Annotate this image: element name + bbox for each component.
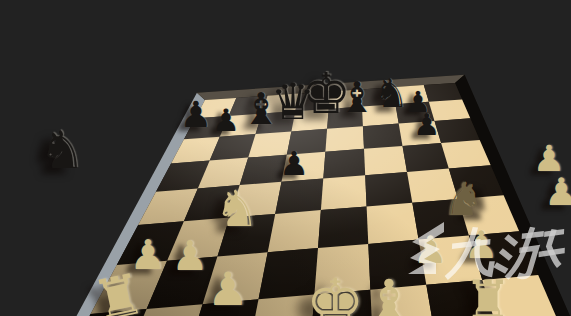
piece-black-pawn-b7[interactable]: ♟	[211, 105, 240, 136]
piece-white-bishop-f1[interactable]: ♝	[361, 272, 416, 316]
piece-white-pawn-captured: ♟	[543, 173, 571, 211]
piece-black-bishop-c8[interactable]: ♝	[240, 87, 282, 131]
piece-white-pawn-g3[interactable]: ♟	[412, 231, 448, 269]
piece-white-pawn-b3[interactable]: ♟	[171, 236, 210, 277]
piece-black-knight-captured: ♞	[37, 124, 86, 176]
piece-white-knight-h4[interactable]: ♞	[442, 176, 486, 222]
chess-game-scene: ♞♟♝♚♛♝♟♟♟♞♟♟♟♞♞♟♟♟♟♟♜♜♝♚	[0, 0, 571, 316]
piece-white-king-e1[interactable]: ♚	[304, 271, 367, 316]
piece-white-knight-c4[interactable]: ♞	[213, 184, 261, 234]
piece-white-rook-h1[interactable]: ♜	[462, 274, 513, 316]
piece-black-pawn-h6[interactable]: ♟	[413, 110, 442, 140]
piece-black-pawn-d6[interactable]: ♟	[278, 147, 309, 180]
piece-black-pawn-a7[interactable]: ♟	[179, 97, 213, 133]
piece-white-pawn-h3[interactable]: ♟	[463, 226, 499, 264]
piece-white-pawn-c2[interactable]: ♟	[206, 266, 250, 312]
